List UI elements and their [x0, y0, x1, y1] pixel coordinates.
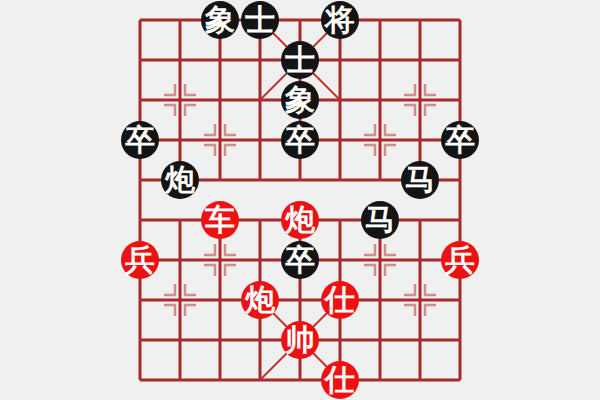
piece-red-chariot[interactable]: 车 — [201, 201, 239, 239]
piece-black-elephant[interactable]: 象 — [281, 81, 319, 119]
piece-black-pawn[interactable]: 卒 — [441, 121, 479, 159]
piece-red-pawn[interactable]: 兵 — [441, 241, 479, 279]
piece-red-advisor[interactable]: 仕 — [321, 281, 359, 319]
piece-black-advisor[interactable]: 士 — [281, 41, 319, 79]
piece-red-advisor[interactable]: 仕 — [321, 361, 359, 399]
piece-black-advisor[interactable]: 士 — [241, 1, 279, 39]
piece-black-pawn[interactable]: 卒 — [281, 121, 319, 159]
piece-red-pawn[interactable]: 兵 — [121, 241, 159, 279]
piece-black-pawn[interactable]: 卒 — [281, 241, 319, 279]
piece-red-cannon[interactable]: 炮 — [241, 281, 279, 319]
piece-red-general[interactable]: 帅 — [281, 321, 319, 359]
xiangqi-board: 象士将士象卒卒卒炮马车炮马兵卒兵炮仕帅仕 — [120, 0, 480, 400]
piece-black-general[interactable]: 将 — [321, 1, 359, 39]
piece-black-pawn[interactable]: 卒 — [121, 121, 159, 159]
piece-black-cannon[interactable]: 炮 — [161, 161, 199, 199]
piece-black-horse[interactable]: 马 — [401, 161, 439, 199]
piece-black-horse[interactable]: 马 — [361, 201, 399, 239]
xiangqi-app: 象士将士象卒卒卒炮马车炮马兵卒兵炮仕帅仕 — [0, 0, 600, 400]
piece-red-cannon[interactable]: 炮 — [281, 201, 319, 239]
piece-black-elephant[interactable]: 象 — [201, 1, 239, 39]
